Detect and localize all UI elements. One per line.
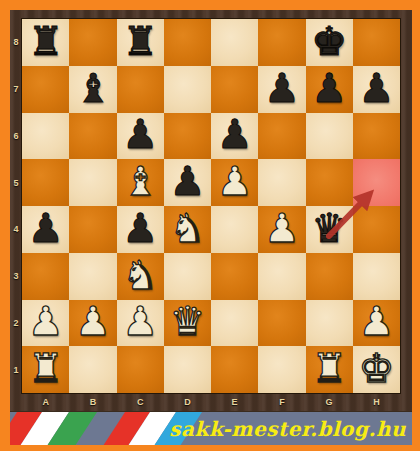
black-pawn-a4: ♟ (28, 208, 64, 248)
square-b8[interactable] (69, 19, 116, 66)
square-e4[interactable] (211, 206, 258, 253)
white-rook-g1: ♜ (311, 348, 347, 388)
white-king-h1: ♚ (358, 348, 394, 388)
file-label-c: C (117, 393, 164, 411)
rank-label-1: 1 (10, 346, 22, 393)
square-f6[interactable] (258, 113, 305, 160)
white-pawn-c2: ♟ (122, 301, 158, 341)
square-c8[interactable]: ♜ (117, 19, 164, 66)
black-king-g8: ♚ (311, 21, 347, 61)
square-a3[interactable] (22, 253, 69, 300)
square-b1[interactable] (69, 346, 116, 393)
square-g8[interactable]: ♚ (306, 19, 353, 66)
rank-label-4: 4 (10, 206, 22, 253)
black-rook-c8: ♜ (122, 21, 158, 61)
square-f7[interactable]: ♟ (258, 66, 305, 113)
file-label-d: D (164, 393, 211, 411)
white-knight-d4: ♞ (169, 208, 205, 248)
square-c1[interactable] (117, 346, 164, 393)
square-h8[interactable] (353, 19, 400, 66)
black-bishop-b7: ♝ (75, 68, 111, 108)
square-e6[interactable]: ♟ (211, 113, 258, 160)
square-g3[interactable] (306, 253, 353, 300)
square-c6[interactable]: ♟ (117, 113, 164, 160)
black-pawn-c6: ♟ (122, 114, 158, 154)
square-c3[interactable]: ♞ (117, 253, 164, 300)
rank-label-6: 6 (10, 113, 22, 160)
square-d1[interactable] (164, 346, 211, 393)
white-pawn-h2: ♟ (358, 301, 394, 341)
square-g4[interactable]: ♛ (306, 206, 353, 253)
file-labels: ABCDEFGH (22, 393, 412, 411)
square-e7[interactable] (211, 66, 258, 113)
file-label-f: F (258, 393, 305, 411)
square-d2[interactable]: ♛ (164, 300, 211, 347)
square-g2[interactable] (306, 300, 353, 347)
square-h5[interactable] (353, 159, 400, 206)
square-h1[interactable]: ♚ (353, 346, 400, 393)
square-g6[interactable] (306, 113, 353, 160)
blog-url-link[interactable]: sakk-mester.blog.hu (169, 416, 406, 440)
square-g7[interactable]: ♟ (306, 66, 353, 113)
square-c7[interactable] (117, 66, 164, 113)
footer-banner: sakk-mester.blog.hu (10, 411, 412, 445)
white-queen-d2: ♛ (169, 301, 205, 341)
square-a4[interactable]: ♟ (22, 206, 69, 253)
square-h6[interactable] (353, 113, 400, 160)
black-pawn-d5: ♟ (169, 161, 205, 201)
rank-label-5: 5 (10, 159, 22, 206)
black-pawn-f7: ♟ (264, 68, 300, 108)
rank-label-8: 8 (10, 19, 22, 66)
square-b3[interactable] (69, 253, 116, 300)
square-a8[interactable]: ♜ (22, 19, 69, 66)
square-f2[interactable] (258, 300, 305, 347)
square-h7[interactable]: ♟ (353, 66, 400, 113)
square-a1[interactable]: ♜ (22, 346, 69, 393)
file-label-e: E (211, 393, 258, 411)
square-f4[interactable]: ♟ (258, 206, 305, 253)
file-label-h: H (353, 393, 400, 411)
square-d5[interactable]: ♟ (164, 159, 211, 206)
square-e2[interactable] (211, 300, 258, 347)
square-c2[interactable]: ♟ (117, 300, 164, 347)
rank-labels: 87654321 (10, 19, 22, 393)
square-d3[interactable] (164, 253, 211, 300)
white-rook-a1: ♜ (28, 348, 64, 388)
square-d4[interactable]: ♞ (164, 206, 211, 253)
square-c4[interactable]: ♟ (117, 206, 164, 253)
rank-label-3: 3 (10, 253, 22, 300)
square-h2[interactable]: ♟ (353, 300, 400, 347)
file-label-g: G (306, 393, 353, 411)
black-pawn-h7: ♟ (358, 68, 394, 108)
square-f8[interactable] (258, 19, 305, 66)
right-frame-edge (400, 19, 412, 393)
square-a5[interactable] (22, 159, 69, 206)
file-label-b: B (69, 393, 116, 411)
black-pawn-g7: ♟ (311, 68, 347, 108)
square-e1[interactable] (211, 346, 258, 393)
white-bishop-c5: ♝ (122, 161, 158, 201)
file-label-a: A (22, 393, 69, 411)
square-b7[interactable]: ♝ (69, 66, 116, 113)
square-d8[interactable] (164, 19, 211, 66)
black-queen-g4: ♛ (311, 208, 347, 248)
square-a6[interactable] (22, 113, 69, 160)
board-frame: 87654321 ♜♜♚♝♟♟♟♟♟♝♟♟♟♟♞♟♛♞♟♟♟♛♟♜♜♚ ABCD… (10, 10, 412, 445)
white-pawn-a2: ♟ (28, 301, 64, 341)
square-b2[interactable]: ♟ (69, 300, 116, 347)
square-h4[interactable] (353, 206, 400, 253)
white-pawn-e5: ♟ (217, 161, 253, 201)
square-b5[interactable] (69, 159, 116, 206)
square-b4[interactable] (69, 206, 116, 253)
chess-board: ♜♜♚♝♟♟♟♟♟♝♟♟♟♟♞♟♛♞♟♟♟♛♟♜♜♚ (22, 19, 400, 393)
square-b6[interactable] (69, 113, 116, 160)
white-knight-c3: ♞ (122, 255, 158, 295)
white-pawn-f4: ♟ (264, 208, 300, 248)
square-e8[interactable] (211, 19, 258, 66)
square-a7[interactable] (22, 66, 69, 113)
square-a2[interactable]: ♟ (22, 300, 69, 347)
white-pawn-b2: ♟ (75, 301, 111, 341)
rank-label-2: 2 (10, 300, 22, 347)
chess-diagram: 87654321 ♜♜♚♝♟♟♟♟♟♝♟♟♟♟♞♟♛♞♟♟♟♛♟♜♜♚ ABCD… (0, 0, 420, 451)
square-f5[interactable] (258, 159, 305, 206)
square-g1[interactable]: ♜ (306, 346, 353, 393)
square-g5[interactable] (306, 159, 353, 206)
square-e3[interactable] (211, 253, 258, 300)
square-c5[interactable]: ♝ (117, 159, 164, 206)
square-d7[interactable] (164, 66, 211, 113)
square-f1[interactable] (258, 346, 305, 393)
rank-label-7: 7 (10, 66, 22, 113)
square-d6[interactable] (164, 113, 211, 160)
square-f3[interactable] (258, 253, 305, 300)
black-pawn-e6: ♟ (217, 114, 253, 154)
square-h3[interactable] (353, 253, 400, 300)
black-rook-a8: ♜ (28, 21, 64, 61)
black-pawn-c4: ♟ (122, 208, 158, 248)
square-e5[interactable]: ♟ (211, 159, 258, 206)
